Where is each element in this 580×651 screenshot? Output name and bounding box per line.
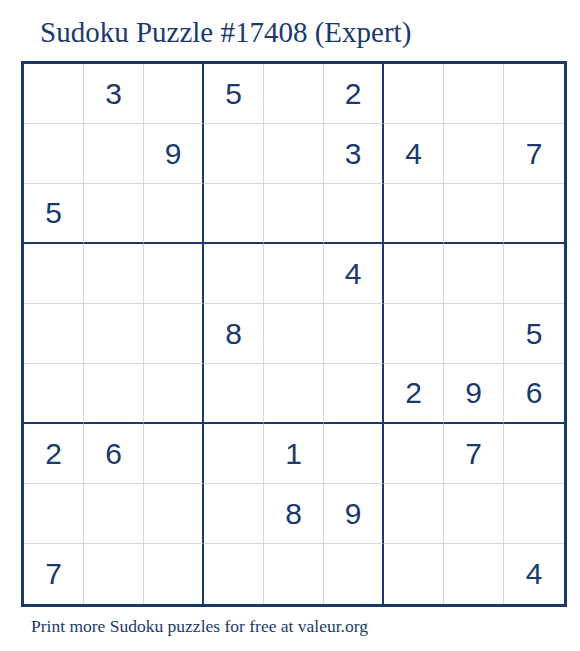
cell-r1c9-empty <box>504 64 564 124</box>
cell-r2c8-empty <box>444 124 504 184</box>
cell-r5c5-empty <box>264 304 324 364</box>
cell-r6c3-empty <box>144 364 204 424</box>
cell-r7c3-empty <box>144 424 204 484</box>
cell-r1c2-given-3: 3 <box>84 64 144 124</box>
cell-r2c6-given-3: 3 <box>324 124 384 184</box>
cell-r4c1-empty <box>24 244 84 304</box>
cell-r4c8-empty <box>444 244 504 304</box>
cell-r9c6-empty <box>324 544 384 604</box>
cell-r1c5-empty <box>264 64 324 124</box>
cell-r3c8-empty <box>444 184 504 244</box>
cell-r5c4-given-8: 8 <box>204 304 264 364</box>
cell-r2c3-given-9: 9 <box>144 124 204 184</box>
cell-r7c7-empty <box>384 424 444 484</box>
cell-r8c9-empty <box>504 484 564 544</box>
cell-r6c6-empty <box>324 364 384 424</box>
cell-r9c4-empty <box>204 544 264 604</box>
cell-r6c1-empty <box>24 364 84 424</box>
cell-r5c9-given-5: 5 <box>504 304 564 364</box>
cell-r8c4-empty <box>204 484 264 544</box>
cell-r7c9-empty <box>504 424 564 484</box>
cell-r1c4-given-5: 5 <box>204 64 264 124</box>
page-title: Sudoku Puzzle #17408 (Expert) <box>40 14 411 50</box>
cell-r3c7-empty <box>384 184 444 244</box>
cell-r6c7-given-2: 2 <box>384 364 444 424</box>
cell-r7c1-given-2: 2 <box>24 424 84 484</box>
cell-r3c2-empty <box>84 184 144 244</box>
cell-r4c7-empty <box>384 244 444 304</box>
cell-r5c1-empty <box>24 304 84 364</box>
cell-r7c6-empty <box>324 424 384 484</box>
sudoku-grid: 3529347548529626178974 <box>21 61 567 607</box>
cell-r5c7-empty <box>384 304 444 364</box>
cell-r5c2-empty <box>84 304 144 364</box>
cell-r1c3-empty <box>144 64 204 124</box>
cell-r1c8-empty <box>444 64 504 124</box>
cell-r9c1-given-7: 7 <box>24 544 84 604</box>
footer-text: Print more Sudoku puzzles for free at va… <box>31 616 368 637</box>
cell-r4c4-empty <box>204 244 264 304</box>
cell-r6c4-empty <box>204 364 264 424</box>
cell-r9c7-empty <box>384 544 444 604</box>
cell-r1c6-given-2: 2 <box>324 64 384 124</box>
cell-r4c9-empty <box>504 244 564 304</box>
cell-r3c6-empty <box>324 184 384 244</box>
cell-r3c5-empty <box>264 184 324 244</box>
cell-r2c4-empty <box>204 124 264 184</box>
cell-r4c5-empty <box>264 244 324 304</box>
cell-r7c8-given-7: 7 <box>444 424 504 484</box>
cell-r3c1-given-5: 5 <box>24 184 84 244</box>
cell-r1c7-empty <box>384 64 444 124</box>
cell-r2c9-given-7: 7 <box>504 124 564 184</box>
cell-r3c3-empty <box>144 184 204 244</box>
cell-r9c9-given-4: 4 <box>504 544 564 604</box>
cell-r3c4-empty <box>204 184 264 244</box>
cell-r9c5-empty <box>264 544 324 604</box>
cell-r5c6-empty <box>324 304 384 364</box>
cell-r9c8-empty <box>444 544 504 604</box>
cell-r2c7-given-4: 4 <box>384 124 444 184</box>
page: Sudoku Puzzle #17408 (Expert) 3529347548… <box>0 0 580 651</box>
cell-r9c3-empty <box>144 544 204 604</box>
cell-r6c2-empty <box>84 364 144 424</box>
cell-r8c6-given-9: 9 <box>324 484 384 544</box>
cell-r6c8-given-9: 9 <box>444 364 504 424</box>
cell-r6c5-empty <box>264 364 324 424</box>
cell-r2c2-empty <box>84 124 144 184</box>
cell-r7c2-given-6: 6 <box>84 424 144 484</box>
cell-r2c5-empty <box>264 124 324 184</box>
cell-r1c1-empty <box>24 64 84 124</box>
cell-r7c4-empty <box>204 424 264 484</box>
cell-r8c2-empty <box>84 484 144 544</box>
cell-r7c5-given-1: 1 <box>264 424 324 484</box>
cell-r8c3-empty <box>144 484 204 544</box>
cell-r4c6-given-4: 4 <box>324 244 384 304</box>
cell-r2c1-empty <box>24 124 84 184</box>
cell-r4c3-empty <box>144 244 204 304</box>
cell-r8c5-given-8: 8 <box>264 484 324 544</box>
cell-r3c9-empty <box>504 184 564 244</box>
cell-r5c3-empty <box>144 304 204 364</box>
cell-r8c8-empty <box>444 484 504 544</box>
cell-r5c8-empty <box>444 304 504 364</box>
cell-r8c7-empty <box>384 484 444 544</box>
cell-r8c1-empty <box>24 484 84 544</box>
cell-r9c2-empty <box>84 544 144 604</box>
cell-r6c9-given-6: 6 <box>504 364 564 424</box>
cell-r4c2-empty <box>84 244 144 304</box>
